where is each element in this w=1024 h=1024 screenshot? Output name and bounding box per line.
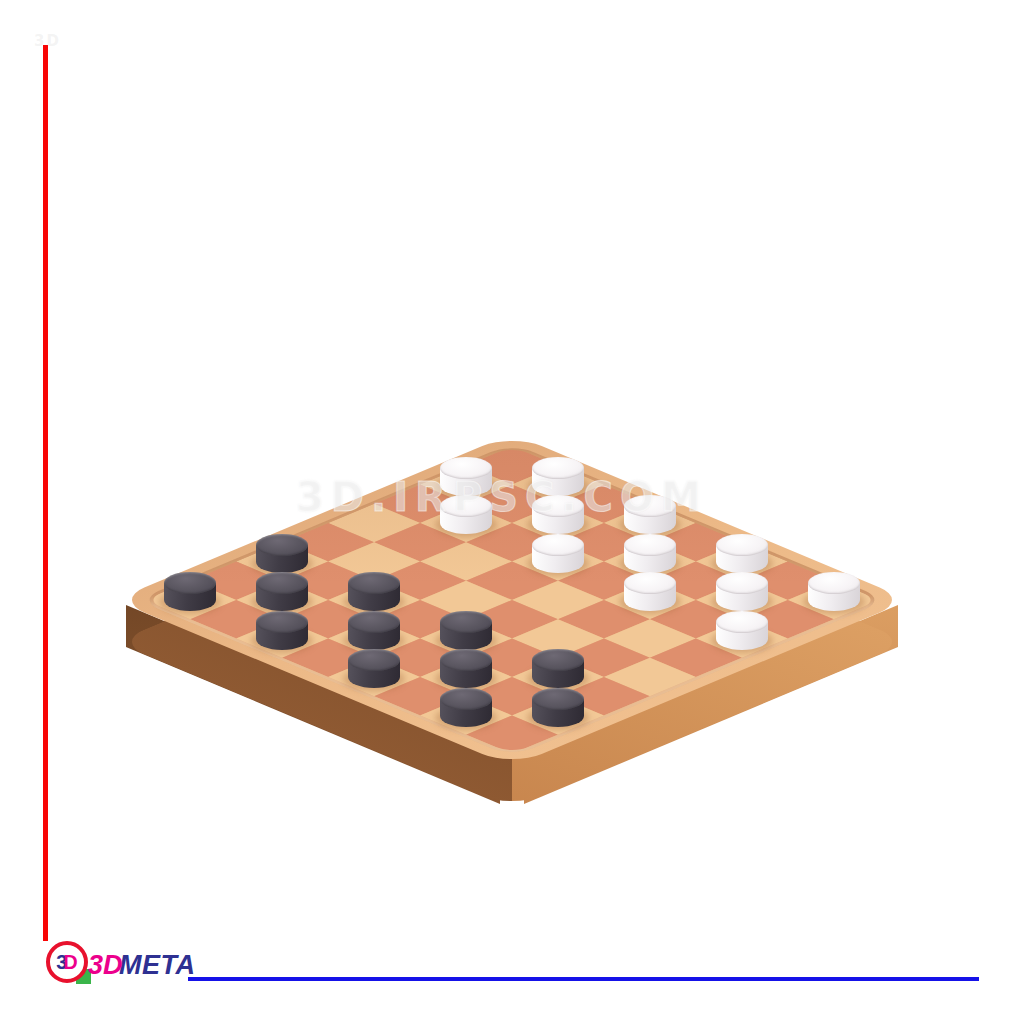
piece-white[interactable] [532,534,584,573]
piece-white[interactable] [716,611,768,650]
logo-text-meta: META [119,950,196,981]
piece-black[interactable] [256,534,308,573]
logo-circle-d: D [63,952,77,972]
piece-top [348,572,400,594]
piece-black[interactable] [348,649,400,688]
piece-black[interactable] [440,688,492,727]
piece-top [716,572,768,594]
piece-top [532,649,584,671]
piece-top [164,572,216,594]
piece-black[interactable] [532,688,584,727]
piece-top [532,688,584,710]
piece-top [440,688,492,710]
scene: 3D 3D.IRPSC.COM 3D 3D META [0,0,1024,1024]
logo-underline [188,977,979,981]
piece-white[interactable] [624,572,676,611]
piece-top [256,572,308,594]
piece-white[interactable] [716,572,768,611]
piece-top [256,534,308,556]
piece-top [532,534,584,556]
piece-white[interactable] [624,534,676,573]
piece-top [624,572,676,594]
piece-white[interactable] [716,534,768,573]
piece-black[interactable] [532,649,584,688]
piece-black[interactable] [440,611,492,650]
piece-black[interactable] [256,611,308,650]
piece-top [716,611,768,633]
piece-black[interactable] [164,572,216,611]
piece-black[interactable] [440,649,492,688]
piece-top [624,534,676,556]
piece-white[interactable] [808,572,860,611]
site-watermark: 3D.IRPSC.COM [296,474,708,520]
piece-top [440,649,492,671]
piece-top [808,572,860,594]
piece-top [716,534,768,556]
logo-text-3d: 3D [88,950,123,981]
piece-top [256,611,308,633]
piece-top [348,649,400,671]
piece-black[interactable] [348,572,400,611]
piece-black[interactable] [256,572,308,611]
piece-top [348,611,400,633]
logo-circle-icon: 3D [46,941,88,983]
piece-top [440,611,492,633]
brand-logo: 3D 3D META [44,938,994,990]
piece-black[interactable] [348,611,400,650]
